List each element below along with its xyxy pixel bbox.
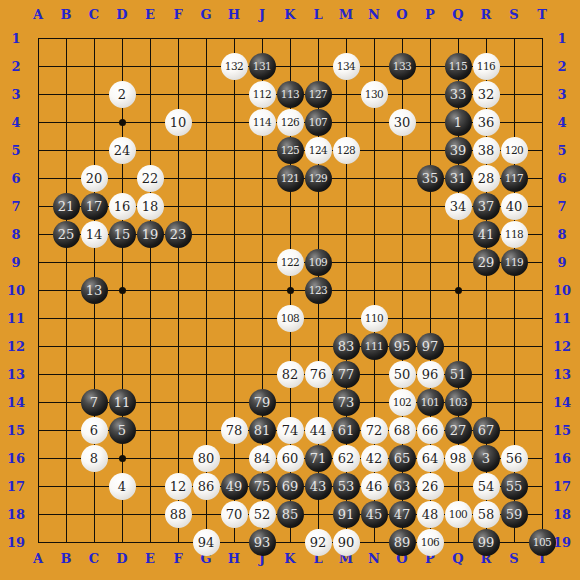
stone-white-46-N17: 46 <box>361 473 388 500</box>
move-number: 93 <box>254 536 271 549</box>
stone-white-76-L13: 76 <box>305 361 332 388</box>
move-number: 70 <box>226 508 243 521</box>
stone-white-64-P16: 64 <box>417 445 444 472</box>
stone-white-70-H18: 70 <box>221 501 248 528</box>
stone-black-67-R15: 67 <box>473 417 500 444</box>
move-number: 22 <box>142 172 159 185</box>
column-label-E: E <box>136 4 164 24</box>
stone-white-132-H2: 132 <box>221 53 248 80</box>
stone-black-101-P14: 101 <box>417 389 444 416</box>
move-number: 77 <box>338 368 355 381</box>
stone-white-66-P15: 66 <box>417 417 444 444</box>
move-number: 66 <box>422 424 439 437</box>
move-number: 121 <box>281 173 300 184</box>
stone-white-36-R4: 36 <box>473 109 500 136</box>
move-number: 92 <box>310 536 327 549</box>
stone-black-93-J19: 93 <box>249 529 276 556</box>
column-label-Q: Q <box>444 4 472 24</box>
stone-white-126-K4: 126 <box>277 109 304 136</box>
column-label-F: F <box>164 4 192 24</box>
move-number: 105 <box>533 537 552 548</box>
stone-white-86-G17: 86 <box>193 473 220 500</box>
move-number: 1 <box>454 116 462 129</box>
move-number: 96 <box>422 368 439 381</box>
move-number: 95 <box>394 340 411 353</box>
stone-black-61-M15: 61 <box>333 417 360 444</box>
stone-black-75-J17: 75 <box>249 473 276 500</box>
stone-black-55-S17: 55 <box>501 473 528 500</box>
stone-black-115-Q2: 115 <box>445 53 472 80</box>
move-number: 123 <box>309 285 328 296</box>
move-number: 71 <box>310 452 327 465</box>
stone-black-113-K3: 113 <box>277 81 304 108</box>
move-number: 73 <box>338 396 355 409</box>
stone-white-108-K11: 108 <box>277 305 304 332</box>
stone-black-53-M17: 53 <box>333 473 360 500</box>
stone-white-34-Q7: 34 <box>445 193 472 220</box>
move-number: 35 <box>422 172 439 185</box>
stone-white-72-N15: 72 <box>361 417 388 444</box>
stone-black-119-S9: 119 <box>501 249 528 276</box>
column-label-S: S <box>500 4 528 24</box>
move-number: 133 <box>393 61 412 72</box>
stone-white-2-D3: 2 <box>109 81 136 108</box>
column-label-R: R <box>472 4 500 24</box>
move-number: 82 <box>282 368 299 381</box>
move-number: 90 <box>338 536 355 549</box>
stone-white-22-E6: 22 <box>137 165 164 192</box>
stone-black-17-C7: 17 <box>81 193 108 220</box>
stone-white-84-J16: 84 <box>249 445 276 472</box>
move-number: 88 <box>170 508 187 521</box>
stone-black-73-M14: 73 <box>333 389 360 416</box>
stone-white-88-F18: 88 <box>165 501 192 528</box>
move-number: 84 <box>254 452 271 465</box>
stone-black-39-Q5: 39 <box>445 137 472 164</box>
move-number: 33 <box>450 88 467 101</box>
move-number: 48 <box>422 508 439 521</box>
stone-white-42-N16: 42 <box>361 445 388 472</box>
move-number: 52 <box>254 508 271 521</box>
stone-black-133-O2: 133 <box>389 53 416 80</box>
move-number: 115 <box>449 61 468 72</box>
move-number: 86 <box>198 480 215 493</box>
move-number: 34 <box>450 200 467 213</box>
stone-black-121-K6: 121 <box>277 165 304 192</box>
move-number: 107 <box>309 117 328 128</box>
column-label-P: P <box>416 4 444 24</box>
move-number: 83 <box>338 340 355 353</box>
move-number: 127 <box>309 89 328 100</box>
stone-white-118-S8: 118 <box>501 221 528 248</box>
stone-white-68-O15: 68 <box>389 417 416 444</box>
move-number: 47 <box>394 508 411 521</box>
stone-white-94-G19: 94 <box>193 529 220 556</box>
stone-white-26-P17: 26 <box>417 473 444 500</box>
stone-white-128-M5: 128 <box>333 137 360 164</box>
stone-black-107-L4: 107 <box>305 109 332 136</box>
stone-black-11-D14: 11 <box>109 389 136 416</box>
stone-black-43-L17: 43 <box>305 473 332 500</box>
move-number: 45 <box>366 508 383 521</box>
move-number: 38 <box>478 144 495 157</box>
move-number: 119 <box>505 257 524 268</box>
move-number: 49 <box>226 480 243 493</box>
stone-white-4-D17: 4 <box>109 473 136 500</box>
move-number: 100 <box>449 509 468 520</box>
move-number: 122 <box>281 257 300 268</box>
move-number: 81 <box>254 424 271 437</box>
stone-white-12-F17: 12 <box>165 473 192 500</box>
stone-white-58-R18: 58 <box>473 501 500 528</box>
stones-layer: 1234567810111213141516171819202122232425… <box>24 24 556 556</box>
move-number: 50 <box>394 368 411 381</box>
stone-white-28-R6: 28 <box>473 165 500 192</box>
move-number: 16 <box>114 200 131 213</box>
column-labels-top: ABCDEFGHJKLMNOPQRST <box>24 4 556 24</box>
stone-black-123-L10: 123 <box>305 277 332 304</box>
stone-black-25-B8: 25 <box>53 221 80 248</box>
stone-black-59-S18: 59 <box>501 501 528 528</box>
move-number: 27 <box>450 424 467 437</box>
stone-white-60-K16: 60 <box>277 445 304 472</box>
stone-black-5-D15: 5 <box>109 417 136 444</box>
stone-white-114-J4: 114 <box>249 109 276 136</box>
move-number: 75 <box>254 480 271 493</box>
move-number: 31 <box>450 172 467 185</box>
column-label-L: L <box>304 4 332 24</box>
move-number: 30 <box>394 116 411 129</box>
stone-black-45-N18: 45 <box>361 501 388 528</box>
stone-black-97-P12: 97 <box>417 333 444 360</box>
stone-black-41-R8: 41 <box>473 221 500 248</box>
move-number: 98 <box>450 452 467 465</box>
stone-white-120-S5: 120 <box>501 137 528 164</box>
stone-white-102-O14: 102 <box>389 389 416 416</box>
move-number: 126 <box>281 117 300 128</box>
stone-black-15-D8: 15 <box>109 221 136 248</box>
stone-black-23-F8: 23 <box>165 221 192 248</box>
move-number: 125 <box>281 145 300 156</box>
stone-black-65-O16: 65 <box>389 445 416 472</box>
stone-black-85-K18: 85 <box>277 501 304 528</box>
move-number: 7 <box>90 396 98 409</box>
column-label-D: D <box>108 4 136 24</box>
stone-white-124-L5: 124 <box>305 137 332 164</box>
move-number: 46 <box>366 480 383 493</box>
move-number: 2 <box>118 88 126 101</box>
stone-black-89-O19: 89 <box>389 529 416 556</box>
column-label-M: M <box>332 4 360 24</box>
stone-black-71-L16: 71 <box>305 445 332 472</box>
stone-white-80-G16: 80 <box>193 445 220 472</box>
column-label-K: K <box>276 4 304 24</box>
move-number: 99 <box>478 536 495 549</box>
move-number: 55 <box>506 480 523 493</box>
stone-black-117-S6: 117 <box>501 165 528 192</box>
stone-white-62-M16: 62 <box>333 445 360 472</box>
column-label-B: B <box>52 4 80 24</box>
move-number: 20 <box>86 172 103 185</box>
stone-black-21-B7: 21 <box>53 193 80 220</box>
stone-white-50-O13: 50 <box>389 361 416 388</box>
move-number: 69 <box>282 480 299 493</box>
move-number: 89 <box>394 536 411 549</box>
stone-black-1-Q4: 1 <box>445 109 472 136</box>
move-number: 103 <box>449 397 468 408</box>
move-number: 101 <box>421 397 440 408</box>
stone-white-100-Q18: 100 <box>445 501 472 528</box>
move-number: 129 <box>309 173 328 184</box>
stone-white-106-P19: 106 <box>417 529 444 556</box>
stone-black-31-Q6: 31 <box>445 165 472 192</box>
move-number: 54 <box>478 480 495 493</box>
move-number: 42 <box>366 452 383 465</box>
move-number: 94 <box>198 536 215 549</box>
stone-black-127-L3: 127 <box>305 81 332 108</box>
move-number: 132 <box>225 61 244 72</box>
move-number: 63 <box>394 480 411 493</box>
move-number: 40 <box>506 200 523 213</box>
move-number: 62 <box>338 452 355 465</box>
move-number: 6 <box>90 424 98 437</box>
move-number: 23 <box>170 228 187 241</box>
stone-black-125-K5: 125 <box>277 137 304 164</box>
move-number: 43 <box>310 480 327 493</box>
move-number: 109 <box>309 257 328 268</box>
stone-white-82-K13: 82 <box>277 361 304 388</box>
stone-black-3-R16: 3 <box>473 445 500 472</box>
stone-white-24-D5: 24 <box>109 137 136 164</box>
move-number: 97 <box>422 340 439 353</box>
stone-white-96-P13: 96 <box>417 361 444 388</box>
stone-black-19-E8: 19 <box>137 221 164 248</box>
column-label-N: N <box>360 4 388 24</box>
move-number: 65 <box>394 452 411 465</box>
move-number: 79 <box>254 396 271 409</box>
column-label-T: T <box>528 4 556 24</box>
stone-white-116-R2: 116 <box>473 53 500 80</box>
stone-black-47-O18: 47 <box>389 501 416 528</box>
stone-black-105-T19: 105 <box>529 529 556 556</box>
move-number: 51 <box>450 368 467 381</box>
stone-black-95-O12: 95 <box>389 333 416 360</box>
column-label-A: A <box>24 4 52 24</box>
move-number: 134 <box>337 61 356 72</box>
stone-black-83-M12: 83 <box>333 333 360 360</box>
stone-black-49-H17: 49 <box>221 473 248 500</box>
move-number: 118 <box>505 229 524 240</box>
move-number: 108 <box>281 313 300 324</box>
move-number: 72 <box>366 424 383 437</box>
move-number: 76 <box>310 368 327 381</box>
column-label-J: J <box>248 4 276 24</box>
stone-white-14-C8: 14 <box>81 221 108 248</box>
stone-white-122-K9: 122 <box>277 249 304 276</box>
move-number: 26 <box>422 480 439 493</box>
stone-black-29-R9: 29 <box>473 249 500 276</box>
move-number: 14 <box>86 228 103 241</box>
move-number: 19 <box>142 228 159 241</box>
move-number: 59 <box>506 508 523 521</box>
move-number: 130 <box>365 89 384 100</box>
move-number: 29 <box>478 256 495 269</box>
stone-black-35-P6: 35 <box>417 165 444 192</box>
move-number: 128 <box>337 145 356 156</box>
move-number: 61 <box>338 424 355 437</box>
move-number: 5 <box>118 424 126 437</box>
stone-black-109-L9: 109 <box>305 249 332 276</box>
stone-black-27-Q15: 27 <box>445 417 472 444</box>
move-number: 41 <box>478 228 495 241</box>
stone-black-63-O17: 63 <box>389 473 416 500</box>
stone-black-103-Q14: 103 <box>445 389 472 416</box>
move-number: 111 <box>365 341 384 352</box>
stone-white-134-M2: 134 <box>333 53 360 80</box>
move-number: 28 <box>478 172 495 185</box>
go-board: ABCDEFGHJKLMNOPQRST ABCDEFGHJKLMNOPQRST … <box>0 0 580 580</box>
column-label-O: O <box>388 4 416 24</box>
move-number: 39 <box>450 144 467 157</box>
stone-black-33-Q3: 33 <box>445 81 472 108</box>
stone-white-10-F4: 10 <box>165 109 192 136</box>
stone-white-20-C6: 20 <box>81 165 108 192</box>
stone-white-110-N11: 110 <box>361 305 388 332</box>
move-number: 13 <box>86 284 103 297</box>
stone-black-7-C14: 7 <box>81 389 108 416</box>
move-number: 106 <box>421 537 440 548</box>
move-number: 131 <box>253 61 272 72</box>
stone-black-81-J15: 81 <box>249 417 276 444</box>
stone-white-56-S16: 56 <box>501 445 528 472</box>
move-number: 114 <box>253 117 272 128</box>
move-number: 3 <box>482 452 490 465</box>
stone-white-48-P18: 48 <box>417 501 444 528</box>
stone-white-52-J18: 52 <box>249 501 276 528</box>
move-number: 80 <box>198 452 215 465</box>
move-number: 25 <box>58 228 75 241</box>
stone-white-90-M19: 90 <box>333 529 360 556</box>
move-number: 15 <box>114 228 131 241</box>
stone-white-130-N3: 130 <box>361 81 388 108</box>
stone-black-99-R19: 99 <box>473 529 500 556</box>
stone-white-32-R3: 32 <box>473 81 500 108</box>
stone-white-78-H15: 78 <box>221 417 248 444</box>
stone-white-74-K15: 74 <box>277 417 304 444</box>
stone-white-16-D7: 16 <box>109 193 136 220</box>
move-number: 11 <box>114 396 131 409</box>
move-number: 113 <box>281 89 300 100</box>
move-number: 21 <box>58 200 75 213</box>
stone-black-51-Q13: 51 <box>445 361 472 388</box>
move-number: 8 <box>90 452 98 465</box>
move-number: 68 <box>394 424 411 437</box>
stone-black-129-L6: 129 <box>305 165 332 192</box>
move-number: 18 <box>142 200 159 213</box>
move-number: 110 <box>365 313 384 324</box>
stone-white-18-E7: 18 <box>137 193 164 220</box>
move-number: 37 <box>478 200 495 213</box>
move-number: 117 <box>505 173 524 184</box>
stone-white-92-L19: 92 <box>305 529 332 556</box>
column-label-H: H <box>220 4 248 24</box>
stone-black-13-C10: 13 <box>81 277 108 304</box>
stone-white-30-O4: 30 <box>389 109 416 136</box>
move-number: 116 <box>477 61 496 72</box>
stone-black-91-M18: 91 <box>333 501 360 528</box>
move-number: 32 <box>478 88 495 101</box>
stone-white-112-J3: 112 <box>249 81 276 108</box>
move-number: 12 <box>170 480 187 493</box>
move-number: 10 <box>170 116 187 129</box>
move-number: 44 <box>310 424 327 437</box>
column-label-G: G <box>192 4 220 24</box>
stone-black-111-N12: 111 <box>361 333 388 360</box>
move-number: 102 <box>393 397 412 408</box>
stone-white-98-Q16: 98 <box>445 445 472 472</box>
stone-black-79-J14: 79 <box>249 389 276 416</box>
stone-white-44-L15: 44 <box>305 417 332 444</box>
stone-black-131-J2: 131 <box>249 53 276 80</box>
move-number: 124 <box>309 145 328 156</box>
stone-black-37-R7: 37 <box>473 193 500 220</box>
stone-white-40-S7: 40 <box>501 193 528 220</box>
stone-white-8-C16: 8 <box>81 445 108 472</box>
move-number: 17 <box>86 200 103 213</box>
stone-black-69-K17: 69 <box>277 473 304 500</box>
move-number: 85 <box>282 508 299 521</box>
move-number: 36 <box>478 116 495 129</box>
stone-white-6-C15: 6 <box>81 417 108 444</box>
move-number: 4 <box>118 480 126 493</box>
move-number: 78 <box>226 424 243 437</box>
stone-black-77-M13: 77 <box>333 361 360 388</box>
move-number: 91 <box>338 508 355 521</box>
move-number: 58 <box>478 508 495 521</box>
move-number: 64 <box>422 452 439 465</box>
move-number: 67 <box>478 424 495 437</box>
stone-white-54-R17: 54 <box>473 473 500 500</box>
stone-white-38-R5: 38 <box>473 137 500 164</box>
move-number: 56 <box>506 452 523 465</box>
move-number: 120 <box>505 145 524 156</box>
column-label-C: C <box>80 4 108 24</box>
move-number: 74 <box>282 424 299 437</box>
move-number: 112 <box>253 89 272 100</box>
move-number: 24 <box>114 144 131 157</box>
move-number: 53 <box>338 480 355 493</box>
move-number: 60 <box>282 452 299 465</box>
